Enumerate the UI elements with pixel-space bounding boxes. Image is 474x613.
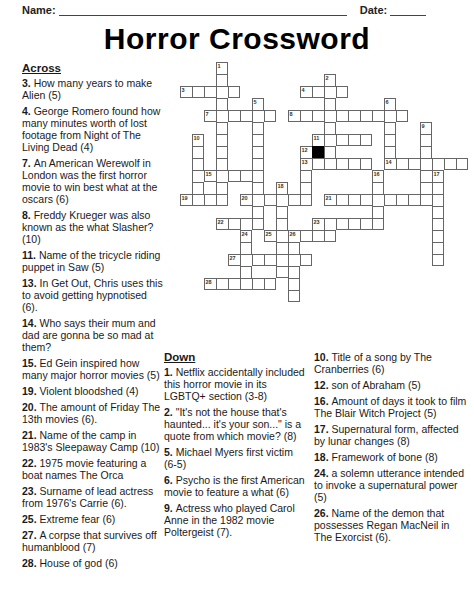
grid-cell-r9c3[interactable] <box>216 170 228 182</box>
grid-cell-r15c9[interactable] <box>288 242 300 254</box>
grid-cell-r4c18[interactable] <box>396 110 408 122</box>
empty-cell <box>360 86 372 98</box>
grid-cell-r13c13[interactable] <box>336 218 348 230</box>
empty-cell <box>276 98 288 110</box>
grid-cell-r11c10[interactable] <box>300 194 312 206</box>
empty-cell <box>264 62 276 74</box>
grid-cell-r4c2[interactable]: 7 <box>204 110 216 122</box>
cell-number-20: 20 <box>242 195 248 201</box>
empty-cell <box>420 206 432 218</box>
grid-cell-r11c20[interactable] <box>420 194 432 206</box>
grid-cell-r8c1[interactable] <box>192 158 204 170</box>
grid-cell-r18c3[interactable] <box>216 278 228 290</box>
empty-cell <box>300 218 312 230</box>
empty-cell <box>324 170 336 182</box>
empty-cell <box>192 62 204 74</box>
empty-cell <box>336 122 348 134</box>
grid-cell-r9c16[interactable]: 16 <box>372 170 384 182</box>
grid-cell-r4c3[interactable] <box>216 110 228 122</box>
empty-cell <box>204 122 216 134</box>
grid-cell-r9c10[interactable] <box>300 170 312 182</box>
down-clues-list-left: 1. Netflix accidentally included this ho… <box>164 366 308 538</box>
empty-cell <box>312 266 324 278</box>
empty-cell <box>264 134 276 146</box>
grid-cell-r13c21[interactable] <box>432 218 444 230</box>
empty-cell <box>300 242 312 254</box>
grid-cell-r8c18[interactable] <box>396 158 408 170</box>
grid-cell-r7c3[interactable] <box>216 146 228 158</box>
grid-cell-r11c12[interactable]: 21 <box>324 194 336 206</box>
grid-cell-r13c8[interactable] <box>276 218 288 230</box>
empty-cell <box>420 254 432 266</box>
cell-number-3: 3 <box>182 87 185 93</box>
empty-cell <box>420 242 432 254</box>
grid-cell-r16c6[interactable] <box>252 254 264 266</box>
grid-cell-r4c13[interactable] <box>336 110 348 122</box>
clue-25: 25. Extreme fear (6) <box>22 513 164 525</box>
grid-cell-r6c3[interactable] <box>216 134 228 146</box>
cell-number-1: 1 <box>218 63 221 69</box>
grid-cell-r11c8[interactable] <box>276 194 288 206</box>
empty-cell <box>276 110 288 122</box>
empty-cell <box>288 122 300 134</box>
grid-cell-r10c21[interactable] <box>432 182 444 194</box>
grid-cell-r6c1[interactable]: 10 <box>192 134 204 146</box>
empty-cell <box>204 158 216 170</box>
down-clues-list-right: 10. Title of a song by The Cranberries (… <box>314 351 470 543</box>
cell-number-16: 16 <box>374 171 380 177</box>
grid-cell-r2c12[interactable] <box>324 86 336 98</box>
empty-cell <box>276 170 288 182</box>
grid-cell-r9c4[interactable] <box>228 170 240 182</box>
grid-cell-r11c15[interactable] <box>360 194 372 206</box>
empty-cell <box>348 278 360 290</box>
grid-cell-r5c6[interactable] <box>252 122 264 134</box>
empty-cell <box>336 230 348 242</box>
grid-cell-r4c5[interactable] <box>240 110 252 122</box>
grid-cell-r14c10[interactable] <box>300 230 312 242</box>
grid-cell-r3c6[interactable]: 5 <box>252 98 264 110</box>
grid-cell-r11c5[interactable]: 20 <box>240 194 252 206</box>
empty-cell <box>264 158 276 170</box>
grid-cell-r13c5[interactable] <box>240 218 252 230</box>
empty-cell <box>408 266 420 278</box>
grid-cell-r13c6[interactable] <box>252 218 264 230</box>
empty-cell <box>408 182 420 194</box>
empty-cell <box>324 62 336 74</box>
empty-cell <box>288 62 300 74</box>
grid-cell-r12c8[interactable] <box>276 206 288 218</box>
grid-cell-r18c4[interactable] <box>228 278 240 290</box>
grid-cell-r16c8[interactable] <box>276 254 288 266</box>
empty-cell <box>228 182 240 194</box>
grid-cell-r16c7[interactable] <box>264 254 276 266</box>
empty-cell <box>240 62 252 74</box>
grid-cell-r6c15[interactable] <box>360 134 372 146</box>
cell-number-9: 9 <box>422 123 425 129</box>
grid-cell-r18c5[interactable] <box>240 278 252 290</box>
grid-cell-r11c2[interactable] <box>204 194 216 206</box>
empty-cell <box>336 266 348 278</box>
grid-cell-r11c17[interactable] <box>384 194 396 206</box>
cell-number-24: 24 <box>242 231 248 237</box>
grid-cell-r15c5[interactable] <box>240 242 252 254</box>
grid-cell-r2c10[interactable]: 4 <box>300 86 312 98</box>
empty-cell <box>252 230 264 242</box>
cell-number-28: 28 <box>206 279 212 285</box>
empty-cell <box>300 134 312 146</box>
grid-cell-r4c12[interactable] <box>324 110 336 122</box>
empty-cell <box>192 254 204 266</box>
grid-cell-r13c3[interactable]: 22 <box>216 218 228 230</box>
empty-cell <box>216 290 228 302</box>
empty-cell <box>324 254 336 266</box>
empty-cell <box>204 74 216 86</box>
grid-cell-r11c21[interactable] <box>432 194 444 206</box>
grid-cell-r14c7[interactable]: 25 <box>264 230 276 242</box>
grid-cell-r11c6[interactable] <box>252 194 264 206</box>
grid-cell-r11c0[interactable]: 19 <box>180 194 192 206</box>
grid-cell-r10c16[interactable] <box>372 182 384 194</box>
empty-cell <box>396 278 408 290</box>
empty-cell <box>384 290 396 302</box>
empty-cell <box>360 62 372 74</box>
grid-cell-r18c6[interactable] <box>252 278 264 290</box>
empty-cell <box>276 86 288 98</box>
grid-cell-r13c16[interactable] <box>372 218 384 230</box>
empty-cell <box>348 122 360 134</box>
empty-cell <box>348 230 360 242</box>
grid-cell-r10c20[interactable] <box>420 182 432 194</box>
grid-cell-r14c12[interactable] <box>324 230 336 242</box>
empty-cell <box>444 74 456 86</box>
empty-cell <box>336 146 348 158</box>
grid-cell-r16c4[interactable]: 27 <box>228 254 240 266</box>
empty-cell <box>180 290 192 302</box>
empty-cell <box>456 110 468 122</box>
grid-cell-r6c11[interactable]: 11 <box>312 134 324 146</box>
empty-cell <box>444 266 456 278</box>
grid-cell-r4c11[interactable] <box>312 110 324 122</box>
empty-cell <box>180 206 192 218</box>
grid-cell-r5c12[interactable] <box>324 122 336 134</box>
empty-cell <box>360 230 372 242</box>
grid-cell-r8c19[interactable] <box>408 158 420 170</box>
grid-cell-r2c2[interactable] <box>204 86 216 98</box>
clue-15: 15. Ed Gein inspired how many major horr… <box>22 357 164 381</box>
empty-cell <box>180 134 192 146</box>
empty-cell <box>276 62 288 74</box>
grid-cell-r8c3[interactable] <box>216 158 228 170</box>
grid-cell-r8c15[interactable] <box>360 158 372 170</box>
grid-cell-r8c17[interactable]: 14 <box>384 158 396 170</box>
grid-cell-r14c8[interactable] <box>276 230 288 242</box>
empty-cell <box>360 98 372 110</box>
empty-cell <box>456 122 468 134</box>
grid-cell-r13c12[interactable] <box>324 218 336 230</box>
empty-cell <box>456 242 468 254</box>
grid-cell-r6c20[interactable] <box>420 134 432 146</box>
grid-cell-r18c9[interactable] <box>288 278 300 290</box>
grid-cell-r9c20[interactable] <box>420 170 432 182</box>
empty-cell <box>228 242 240 254</box>
empty-cell <box>444 122 456 134</box>
empty-cell <box>384 266 396 278</box>
grid-cell-r7c12[interactable] <box>324 146 336 158</box>
grid-cell-r7c20[interactable] <box>420 146 432 158</box>
empty-cell <box>396 206 408 218</box>
empty-cell <box>420 62 432 74</box>
empty-cell <box>312 182 324 194</box>
empty-cell <box>396 134 408 146</box>
empty-cell <box>432 266 444 278</box>
clue-9: 9. Actress who played Carol Anne in the … <box>164 502 308 538</box>
grid-cell-r4c6[interactable] <box>252 110 264 122</box>
grid-cell-r17c9[interactable] <box>288 266 300 278</box>
empty-cell <box>444 254 456 266</box>
grid-cell-r0c3[interactable]: 1 <box>216 62 228 74</box>
grid-cell-r9c1[interactable] <box>192 170 204 182</box>
grid-cell-r4c4[interactable] <box>228 110 240 122</box>
grid-cell-r4c7[interactable] <box>264 110 276 122</box>
grid-cell-r19c9[interactable] <box>288 290 300 302</box>
grid-cell-r4c9[interactable]: 8 <box>288 110 300 122</box>
empty-cell <box>228 146 240 158</box>
empty-cell <box>192 290 204 302</box>
grid-cell-r16c5[interactable] <box>240 254 252 266</box>
empty-cell <box>264 98 276 110</box>
empty-cell <box>204 218 216 230</box>
grid-cell-r14c11[interactable] <box>312 230 324 242</box>
grid-cell-r9c21[interactable]: 17 <box>432 170 444 182</box>
cell-number-25: 25 <box>266 231 272 237</box>
grid-cell-r6c17[interactable] <box>384 134 396 146</box>
empty-cell <box>408 290 420 302</box>
grid-cell-r10c8[interactable]: 18 <box>276 182 288 194</box>
empty-cell <box>456 146 468 158</box>
grid-cell-r11c13[interactable] <box>336 194 348 206</box>
grid-cell-r11c3[interactable] <box>216 194 228 206</box>
empty-cell <box>264 146 276 158</box>
grid-cell-r17c8[interactable] <box>276 266 288 278</box>
grid-cell-r1c12[interactable]: 2 <box>324 74 336 86</box>
grid-cell-r6c14[interactable] <box>348 134 360 146</box>
grid-cell-r9c2[interactable]: 15 <box>204 170 216 182</box>
grid-cell-r14c9[interactable]: 26 <box>288 230 300 242</box>
grid-cell-r5c17[interactable] <box>384 122 396 134</box>
grid-cell-r15c21[interactable] <box>432 242 444 254</box>
grid-cell-r8c6[interactable] <box>252 158 264 170</box>
empty-cell <box>348 74 360 86</box>
empty-cell <box>384 182 396 194</box>
clue-18: 18. Framework of bone (8) <box>314 451 470 463</box>
empty-cell <box>408 74 420 86</box>
grid-cell-r8c22[interactable] <box>444 158 456 170</box>
grid-cell-r3c12[interactable] <box>324 98 336 110</box>
date-blank-line[interactable] <box>390 4 426 16</box>
grid-cell-r15c8[interactable] <box>276 242 288 254</box>
grid-cell-r7c10[interactable]: 12 <box>300 146 312 158</box>
grid-cell-r10c3[interactable] <box>216 182 228 194</box>
empty-cell <box>444 242 456 254</box>
grid-cell-r13c11[interactable]: 23 <box>312 218 324 230</box>
grid-cell-r4c17[interactable] <box>384 110 396 122</box>
grid-cell-r3c17[interactable]: 6 <box>384 98 396 110</box>
grid-cell-r7c1[interactable] <box>192 146 204 158</box>
empty-cell <box>396 62 408 74</box>
grid-cell-r2c3[interactable] <box>216 86 228 98</box>
empty-cell <box>288 218 300 230</box>
cell-number-11: 11 <box>314 135 320 141</box>
grid-cell-r4c15[interactable] <box>360 110 372 122</box>
cell-number-17: 17 <box>434 171 440 177</box>
grid-cell-r11c14[interactable] <box>348 194 360 206</box>
empty-cell <box>228 122 240 134</box>
grid-cell-r11c16[interactable] <box>372 194 384 206</box>
empty-cell <box>444 170 456 182</box>
empty-cell <box>228 206 240 218</box>
empty-cell <box>456 206 468 218</box>
empty-cell <box>240 182 252 194</box>
empty-cell <box>240 206 252 218</box>
grid-cell-r11c18[interactable] <box>396 194 408 206</box>
grid-cell-r10c10[interactable] <box>300 182 312 194</box>
empty-cell <box>336 74 348 86</box>
grid-cell-r3c3[interactable] <box>216 98 228 110</box>
empty-cell <box>396 98 408 110</box>
grid-cell-r13c14[interactable] <box>348 218 360 230</box>
empty-cell <box>348 182 360 194</box>
empty-cell <box>228 194 240 206</box>
grid-cell-r11c9[interactable] <box>288 194 300 206</box>
grid-cell-r5c20[interactable]: 9 <box>420 122 432 134</box>
empty-cell <box>180 146 192 158</box>
empty-cell <box>300 122 312 134</box>
grid-cell-r13c4[interactable] <box>228 218 240 230</box>
grid-cell-r8c23[interactable] <box>456 158 468 170</box>
black-cell <box>312 146 324 158</box>
grid-cell-r8c14[interactable] <box>348 158 360 170</box>
grid-cell-r4c10[interactable] <box>300 110 312 122</box>
grid-cell-r11c7[interactable] <box>264 194 276 206</box>
empty-cell <box>456 218 468 230</box>
empty-cell <box>228 158 240 170</box>
empty-cell <box>420 98 432 110</box>
grid-cell-r18c7[interactable] <box>264 278 276 290</box>
empty-cell <box>360 278 372 290</box>
empty-cell <box>384 230 396 242</box>
empty-cell <box>456 62 468 74</box>
empty-cell <box>372 230 384 242</box>
empty-cell <box>396 170 408 182</box>
grid-cell-r2c0[interactable]: 3 <box>180 86 192 98</box>
empty-cell <box>456 290 468 302</box>
grid-cell-r12c21[interactable] <box>432 206 444 218</box>
empty-cell <box>288 182 300 194</box>
empty-cell <box>372 146 384 158</box>
grid-cell-r2c11[interactable] <box>312 86 324 98</box>
grid-cell-r1c3[interactable] <box>216 74 228 86</box>
grid-cell-r7c17[interactable] <box>384 146 396 158</box>
clue-17: 17. Supernatural form, affected by lunar… <box>314 423 470 447</box>
empty-cell <box>348 290 360 302</box>
down-clues-column-right: 10. Title of a song by The Cranberries (… <box>314 351 470 547</box>
grid-cell-r6c6[interactable] <box>252 134 264 146</box>
empty-cell <box>456 98 468 110</box>
grid-cell-r8c10[interactable]: 13 <box>300 158 312 170</box>
grid-cell-r12c6[interactable] <box>252 206 264 218</box>
empty-cell <box>372 290 384 302</box>
grid-cell-r9c6[interactable] <box>252 170 264 182</box>
empty-cell <box>348 266 360 278</box>
grid-cell-r11c19[interactable] <box>408 194 420 206</box>
name-blank-line[interactable] <box>59 4 347 16</box>
grid-cell-r8c20[interactable] <box>420 158 432 170</box>
grid-cell-r14c21[interactable] <box>432 230 444 242</box>
empty-cell <box>456 194 468 206</box>
empty-cell <box>408 122 420 134</box>
empty-cell <box>444 290 456 302</box>
grid-cell-r11c1[interactable] <box>192 194 204 206</box>
grid-cell-r5c3[interactable] <box>216 122 228 134</box>
worksheet-header: Name: Date: <box>22 4 452 16</box>
empty-cell <box>288 146 300 158</box>
empty-cell <box>252 74 264 86</box>
empty-cell <box>420 230 432 242</box>
empty-cell <box>324 206 336 218</box>
grid-cell-r16c9[interactable] <box>288 254 300 266</box>
grid-cell-r2c13[interactable] <box>336 86 348 98</box>
empty-cell <box>324 182 336 194</box>
grid-cell-r8c12[interactable] <box>324 158 336 170</box>
empty-cell <box>300 98 312 110</box>
grid-cell-r16c10[interactable] <box>300 254 312 266</box>
grid-cell-r2c1[interactable] <box>192 86 204 98</box>
grid-cell-r14c5[interactable]: 24 <box>240 230 252 242</box>
grid-cell-r6c12[interactable] <box>324 134 336 146</box>
grid-cell-r4c14[interactable] <box>348 110 360 122</box>
empty-cell <box>444 86 456 98</box>
grid-cell-r16c21[interactable] <box>432 254 444 266</box>
empty-cell <box>180 98 192 110</box>
grid-cell-r8c21[interactable] <box>432 158 444 170</box>
grid-cell-r4c16[interactable] <box>372 110 384 122</box>
grid-cell-r10c6[interactable] <box>252 182 264 194</box>
clue-5: 5. Michael Myers first victim (6-5) <box>164 446 308 470</box>
grid-cell-r13c15[interactable] <box>360 218 372 230</box>
page-title: Horror Crossword <box>0 22 474 56</box>
empty-cell <box>288 74 300 86</box>
empty-cell <box>336 98 348 110</box>
empty-cell <box>432 134 444 146</box>
empty-cell <box>192 98 204 110</box>
grid-cell-r2c4[interactable] <box>228 86 240 98</box>
grid-cell-r7c6[interactable] <box>252 146 264 158</box>
grid-cell-r9c5[interactable] <box>240 170 252 182</box>
empty-cell <box>204 254 216 266</box>
empty-cell <box>408 218 420 230</box>
grid-cell-r8c11[interactable] <box>312 158 324 170</box>
empty-cell <box>372 158 384 170</box>
grid-cell-r12c16[interactable] <box>372 206 384 218</box>
empty-cell <box>456 278 468 290</box>
grid-cell-r6c13[interactable] <box>336 134 348 146</box>
empty-cell <box>384 86 396 98</box>
grid-cell-r8c13[interactable] <box>336 158 348 170</box>
grid-cell-r17c5[interactable] <box>240 266 252 278</box>
grid-cell-r10c1[interactable] <box>192 182 204 194</box>
grid-cell-r18c2[interactable]: 28 <box>204 278 216 290</box>
